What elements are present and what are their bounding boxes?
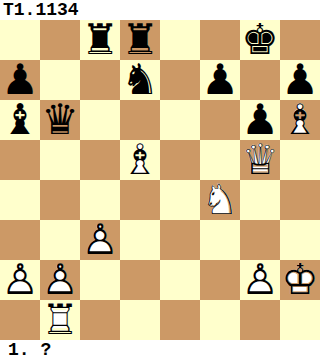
piece-outline: ♕: [240, 140, 280, 180]
square-g7[interactable]: [240, 60, 280, 100]
square-c8[interactable]: ♜: [80, 20, 120, 60]
piece-glyph: ♟: [280, 60, 320, 100]
square-e1[interactable]: [160, 300, 200, 340]
square-g3[interactable]: [240, 220, 280, 260]
white-pawn: ♟♙: [80, 220, 120, 260]
square-g5[interactable]: ♛♕: [240, 140, 280, 180]
square-g1[interactable]: [240, 300, 280, 340]
square-a5[interactable]: [0, 140, 40, 180]
square-g4[interactable]: [240, 180, 280, 220]
square-c2[interactable]: [80, 260, 120, 300]
square-c3[interactable]: ♟♙: [80, 220, 120, 260]
square-h2[interactable]: ♚♔: [280, 260, 320, 300]
piece-glyph: ♜: [80, 20, 120, 60]
white-pawn: ♟♙: [40, 260, 80, 300]
square-a4[interactable]: [0, 180, 40, 220]
square-g6[interactable]: ♟: [240, 100, 280, 140]
piece-outline: ♖: [40, 300, 80, 340]
square-d1[interactable]: [120, 300, 160, 340]
square-f8[interactable]: [200, 20, 240, 60]
piece-outline: ♙: [80, 220, 120, 260]
piece-glyph: ♛: [40, 100, 80, 140]
piece-glyph: ♞: [120, 60, 160, 100]
square-d2[interactable]: [120, 260, 160, 300]
piece-fill: ♟: [0, 260, 40, 300]
piece-outline: ♗: [120, 140, 160, 180]
square-d4[interactable]: [120, 180, 160, 220]
square-a2[interactable]: ♟♙: [0, 260, 40, 300]
square-d7[interactable]: ♞: [120, 60, 160, 100]
square-c6[interactable]: [80, 100, 120, 140]
white-pawn: ♟♙: [0, 260, 40, 300]
piece-outline: ♙: [40, 260, 80, 300]
square-f5[interactable]: [200, 140, 240, 180]
piece-fill: ♝: [120, 140, 160, 180]
square-d5[interactable]: ♝♗: [120, 140, 160, 180]
square-b3[interactable]: [40, 220, 80, 260]
piece-outline: ♘: [200, 180, 240, 220]
piece-outline: ♗: [280, 100, 320, 140]
piece-fill: ♝: [280, 100, 320, 140]
square-g8[interactable]: ♚: [240, 20, 280, 60]
piece-outline: ♙: [240, 260, 280, 300]
square-d3[interactable]: [120, 220, 160, 260]
black-queen: ♛: [40, 100, 80, 140]
square-b2[interactable]: ♟♙: [40, 260, 80, 300]
piece-fill: ♞: [200, 180, 240, 220]
square-c1[interactable]: [80, 300, 120, 340]
square-e7[interactable]: [160, 60, 200, 100]
chess-board: ♜♜♚♟♞♟♟♝♛♟♝♗♝♗♛♕♞♘♟♙♟♙♟♙♟♙♚♔♜♖: [0, 20, 320, 340]
square-d6[interactable]: [120, 100, 160, 140]
black-pawn: ♟: [240, 100, 280, 140]
black-king: ♚: [240, 20, 280, 60]
square-h8[interactable]: [280, 20, 320, 60]
piece-fill: ♛: [240, 140, 280, 180]
square-b7[interactable]: [40, 60, 80, 100]
square-g2[interactable]: ♟♙: [240, 260, 280, 300]
square-h3[interactable]: [280, 220, 320, 260]
piece-outline: ♔: [280, 260, 320, 300]
square-h5[interactable]: [280, 140, 320, 180]
square-f6[interactable]: [200, 100, 240, 140]
piece-glyph: ♝: [0, 100, 40, 140]
square-a8[interactable]: [0, 20, 40, 60]
square-a1[interactable]: [0, 300, 40, 340]
white-rook: ♜♖: [40, 300, 80, 340]
white-bishop: ♝♗: [120, 140, 160, 180]
piece-fill: ♚: [280, 260, 320, 300]
black-rook: ♜: [80, 20, 120, 60]
square-c5[interactable]: [80, 140, 120, 180]
move-prompt: 1. ?: [0, 340, 320, 360]
piece-fill: ♟: [240, 260, 280, 300]
square-f2[interactable]: [200, 260, 240, 300]
square-f3[interactable]: [200, 220, 240, 260]
black-knight: ♞: [120, 60, 160, 100]
square-h6[interactable]: ♝♗: [280, 100, 320, 140]
piece-glyph: ♟: [0, 60, 40, 100]
black-rook: ♜: [120, 20, 160, 60]
square-a6[interactable]: ♝: [0, 100, 40, 140]
square-h7[interactable]: ♟: [280, 60, 320, 100]
black-bishop: ♝: [0, 100, 40, 140]
white-queen: ♛♕: [240, 140, 280, 180]
piece-glyph: ♟: [200, 60, 240, 100]
square-e8[interactable]: [160, 20, 200, 60]
square-b4[interactable]: [40, 180, 80, 220]
piece-outline: ♙: [0, 260, 40, 300]
piece-fill: ♟: [80, 220, 120, 260]
white-pawn: ♟♙: [240, 260, 280, 300]
square-b6[interactable]: ♛: [40, 100, 80, 140]
piece-glyph: ♟: [240, 100, 280, 140]
square-c7[interactable]: [80, 60, 120, 100]
square-b1[interactable]: ♜♖: [40, 300, 80, 340]
black-pawn: ♟: [0, 60, 40, 100]
white-knight: ♞♘: [200, 180, 240, 220]
black-pawn: ♟: [280, 60, 320, 100]
square-e6[interactable]: [160, 100, 200, 140]
square-e2[interactable]: [160, 260, 200, 300]
square-b5[interactable]: [40, 140, 80, 180]
square-e4[interactable]: [160, 180, 200, 220]
square-f1[interactable]: [200, 300, 240, 340]
square-a7[interactable]: ♟: [0, 60, 40, 100]
white-bishop: ♝♗: [280, 100, 320, 140]
black-pawn: ♟: [200, 60, 240, 100]
square-e5[interactable]: [160, 140, 200, 180]
piece-glyph: ♜: [120, 20, 160, 60]
white-king: ♚♔: [280, 260, 320, 300]
square-a3[interactable]: [0, 220, 40, 260]
square-e3[interactable]: [160, 220, 200, 260]
piece-fill: ♟: [40, 260, 80, 300]
square-h1[interactable]: [280, 300, 320, 340]
piece-glyph: ♚: [240, 20, 280, 60]
puzzle-id: T1.1134: [0, 0, 320, 20]
square-c4[interactable]: [80, 180, 120, 220]
square-f7[interactable]: ♟: [200, 60, 240, 100]
piece-fill: ♜: [40, 300, 80, 340]
square-d8[interactable]: ♜: [120, 20, 160, 60]
square-b8[interactable]: [40, 20, 80, 60]
square-h4[interactable]: [280, 180, 320, 220]
square-f4[interactable]: ♞♘: [200, 180, 240, 220]
